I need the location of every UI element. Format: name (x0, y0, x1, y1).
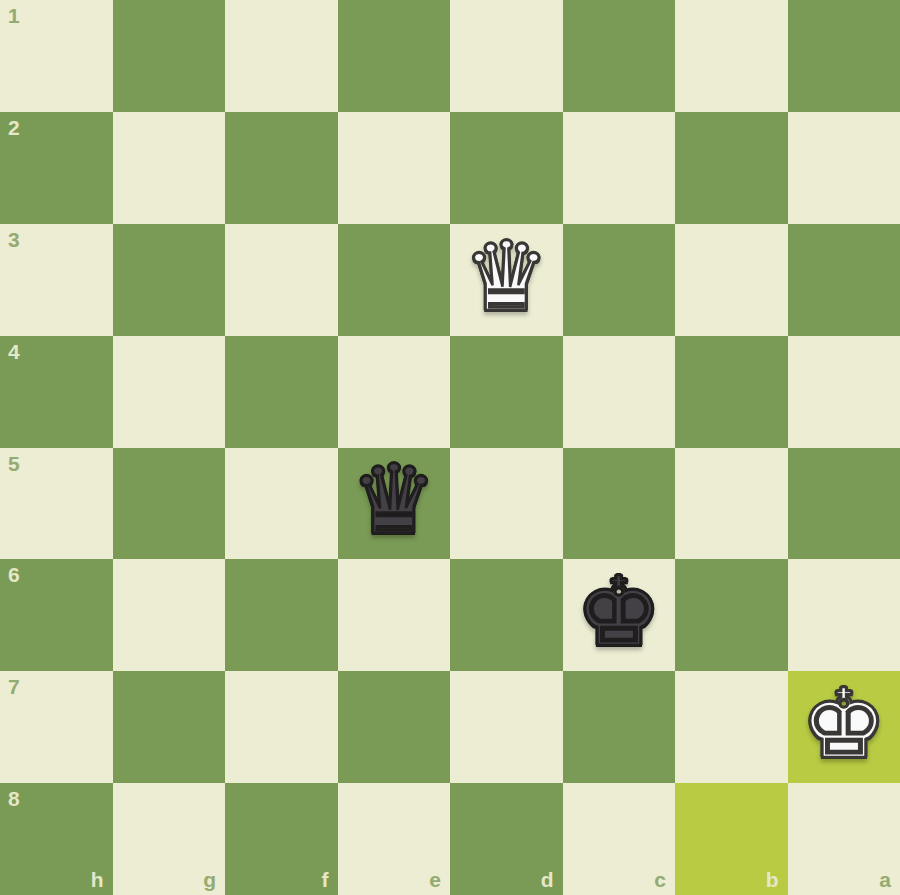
file-label-h: h (91, 869, 104, 890)
square-c4[interactable] (563, 336, 676, 448)
square-c1[interactable] (563, 0, 676, 112)
square-a2[interactable] (788, 112, 900, 224)
square-e2[interactable] (338, 112, 451, 224)
file-label-b: b (766, 869, 779, 890)
square-c5[interactable] (563, 448, 676, 560)
rank-label-1: 1 (8, 5, 20, 26)
black-king-icon[interactable]: ♚ (576, 564, 662, 660)
square-g1[interactable] (113, 0, 226, 112)
square-a8[interactable]: a (788, 783, 900, 895)
square-a1[interactable] (788, 0, 900, 112)
square-f4[interactable] (225, 336, 338, 448)
square-g6[interactable] (113, 559, 226, 671)
chess-board-wrapper: 123♛45♛6♚7♚8hgfedcba (0, 0, 900, 895)
square-h5[interactable]: 5 (0, 448, 113, 560)
square-c6[interactable]: ♚ (563, 559, 676, 671)
rank-label-7: 7 (8, 676, 20, 697)
square-b1[interactable] (675, 0, 788, 112)
square-e8[interactable]: e (338, 783, 451, 895)
square-b2[interactable] (675, 112, 788, 224)
square-e1[interactable] (338, 0, 451, 112)
rank-label-2: 2 (8, 117, 20, 138)
black-queen-icon[interactable]: ♛ (351, 452, 437, 548)
square-g5[interactable] (113, 448, 226, 560)
square-f8[interactable]: f (225, 783, 338, 895)
square-d2[interactable] (450, 112, 563, 224)
square-f7[interactable] (225, 671, 338, 783)
square-e3[interactable] (338, 224, 451, 336)
file-label-d: d (541, 869, 554, 890)
square-g7[interactable] (113, 671, 226, 783)
square-d6[interactable] (450, 559, 563, 671)
square-a7[interactable]: ♚ (788, 671, 900, 783)
rank-label-6: 6 (8, 564, 20, 585)
square-b7[interactable] (675, 671, 788, 783)
white-king-icon[interactable]: ♚ (801, 676, 887, 772)
square-e7[interactable] (338, 671, 451, 783)
square-b3[interactable] (675, 224, 788, 336)
square-d8[interactable]: d (450, 783, 563, 895)
rank-label-8: 8 (8, 788, 20, 809)
rank-label-3: 3 (8, 229, 20, 250)
square-f6[interactable] (225, 559, 338, 671)
square-e6[interactable] (338, 559, 451, 671)
square-f1[interactable] (225, 0, 338, 112)
square-g3[interactable] (113, 224, 226, 336)
square-d4[interactable] (450, 336, 563, 448)
rank-label-5: 5 (8, 453, 20, 474)
square-a3[interactable] (788, 224, 900, 336)
square-d5[interactable] (450, 448, 563, 560)
square-a4[interactable] (788, 336, 900, 448)
square-h7[interactable]: 7 (0, 671, 113, 783)
square-h4[interactable]: 4 (0, 336, 113, 448)
file-label-f: f (322, 869, 329, 890)
square-b4[interactable] (675, 336, 788, 448)
square-d7[interactable] (450, 671, 563, 783)
square-d3[interactable]: ♛ (450, 224, 563, 336)
square-h3[interactable]: 3 (0, 224, 113, 336)
white-queen-icon[interactable]: ♛ (463, 229, 549, 325)
square-f2[interactable] (225, 112, 338, 224)
square-h8[interactable]: 8h (0, 783, 113, 895)
square-g8[interactable]: g (113, 783, 226, 895)
square-h2[interactable]: 2 (0, 112, 113, 224)
square-g4[interactable] (113, 336, 226, 448)
square-c2[interactable] (563, 112, 676, 224)
square-h6[interactable]: 6 (0, 559, 113, 671)
square-b5[interactable] (675, 448, 788, 560)
square-a6[interactable] (788, 559, 900, 671)
square-c7[interactable] (563, 671, 676, 783)
square-c3[interactable] (563, 224, 676, 336)
square-b6[interactable] (675, 559, 788, 671)
square-c8[interactable]: c (563, 783, 676, 895)
square-f5[interactable] (225, 448, 338, 560)
square-d1[interactable] (450, 0, 563, 112)
square-g2[interactable] (113, 112, 226, 224)
square-h1[interactable]: 1 (0, 0, 113, 112)
square-e5[interactable]: ♛ (338, 448, 451, 560)
file-label-c: c (654, 869, 666, 890)
file-label-e: e (429, 869, 441, 890)
rank-label-4: 4 (8, 341, 20, 362)
square-a5[interactable] (788, 448, 900, 560)
file-label-a: a (879, 869, 891, 890)
square-f3[interactable] (225, 224, 338, 336)
chess-board: 123♛45♛6♚7♚8hgfedcba (0, 0, 900, 895)
file-label-g: g (203, 869, 216, 890)
square-b8[interactable]: b (675, 783, 788, 895)
square-e4[interactable] (338, 336, 451, 448)
